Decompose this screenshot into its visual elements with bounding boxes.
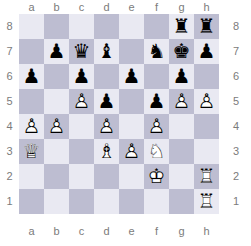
square-h1[interactable]: ♜♖ bbox=[194, 189, 219, 214]
file-label-e: e bbox=[119, 0, 144, 14]
file-label-h: h bbox=[194, 219, 219, 246]
white-pawn-outline: ♙ bbox=[169, 89, 194, 114]
square-g2[interactable] bbox=[169, 164, 194, 189]
white-rook-outline: ♖ bbox=[194, 164, 219, 189]
square-f1[interactable] bbox=[144, 189, 169, 214]
rank-label-7: 7 bbox=[0, 39, 19, 64]
square-e3[interactable]: ♟♙ bbox=[119, 139, 144, 164]
square-c7[interactable]: ♛ bbox=[69, 39, 94, 64]
square-f2[interactable]: ♚♔ bbox=[144, 164, 169, 189]
rank-label-8: 8 bbox=[222, 14, 251, 39]
black-rook[interactable]: ♜ bbox=[169, 14, 194, 39]
rank-label-1: 1 bbox=[222, 189, 251, 214]
square-f6[interactable] bbox=[144, 64, 169, 89]
rank-labels-left: 87654321 bbox=[0, 14, 19, 214]
white-knight[interactable]: ♞♘ bbox=[144, 139, 169, 164]
square-e1[interactable] bbox=[119, 189, 144, 214]
square-g5[interactable]: ♟♙ bbox=[169, 89, 194, 114]
file-label-b: b bbox=[44, 0, 69, 14]
square-c4[interactable] bbox=[69, 114, 94, 139]
white-pawn[interactable]: ♟♙ bbox=[44, 114, 69, 139]
white-pawn[interactable]: ♟♙ bbox=[194, 89, 219, 114]
black-king-glyph: ♚ bbox=[169, 39, 194, 64]
black-pawn[interactable]: ♟ bbox=[119, 64, 144, 89]
chess-diagram: abcdefgh abcdefgh 87654321 87654321 ♜♜♟♛… bbox=[0, 0, 251, 246]
file-label-f: f bbox=[144, 0, 169, 14]
black-pawn-glyph: ♟ bbox=[119, 64, 144, 89]
square-e6[interactable]: ♟ bbox=[119, 64, 144, 89]
black-rook-glyph: ♜ bbox=[194, 14, 219, 39]
square-b8[interactable] bbox=[44, 14, 69, 39]
file-label-g: g bbox=[169, 219, 194, 246]
file-label-e: e bbox=[119, 219, 144, 246]
black-queen-glyph: ♛ bbox=[69, 39, 94, 64]
square-d5[interactable]: ♟ bbox=[94, 89, 119, 114]
square-g6[interactable]: ♟ bbox=[169, 64, 194, 89]
white-pawn[interactable]: ♟♙ bbox=[119, 139, 144, 164]
square-c1[interactable] bbox=[69, 189, 94, 214]
rank-label-6: 6 bbox=[0, 64, 19, 89]
square-e7[interactable] bbox=[119, 39, 144, 64]
black-pawn[interactable]: ♟ bbox=[94, 89, 119, 114]
white-queen-outline: ♕ bbox=[19, 139, 44, 164]
square-e4[interactable] bbox=[119, 114, 144, 139]
file-label-a: a bbox=[19, 219, 44, 246]
white-pawn[interactable]: ♟♙ bbox=[19, 114, 44, 139]
black-pawn-glyph: ♟ bbox=[19, 64, 44, 89]
square-c2[interactable] bbox=[69, 164, 94, 189]
square-f3[interactable]: ♞♘ bbox=[144, 139, 169, 164]
rank-label-8: 8 bbox=[0, 14, 19, 39]
square-b1[interactable] bbox=[44, 189, 69, 214]
black-rook-glyph: ♜ bbox=[169, 14, 194, 39]
square-c5[interactable]: ♟♙ bbox=[69, 89, 94, 114]
square-d4[interactable]: ♟♙ bbox=[94, 114, 119, 139]
square-d6[interactable] bbox=[94, 64, 119, 89]
white-pawn-outline: ♙ bbox=[144, 114, 169, 139]
square-b5[interactable] bbox=[44, 89, 69, 114]
file-label-f: f bbox=[144, 219, 169, 246]
square-e8[interactable] bbox=[119, 14, 144, 39]
square-b4[interactable]: ♟♙ bbox=[44, 114, 69, 139]
square-h2[interactable]: ♜♖ bbox=[194, 164, 219, 189]
black-pawn[interactable]: ♟ bbox=[144, 89, 169, 114]
square-f8[interactable] bbox=[144, 14, 169, 39]
file-label-h: h bbox=[194, 0, 219, 14]
black-pawn[interactable]: ♟ bbox=[19, 64, 44, 89]
black-pawn-glyph: ♟ bbox=[169, 64, 194, 89]
rank-label-2: 2 bbox=[0, 164, 19, 189]
square-d1[interactable] bbox=[94, 189, 119, 214]
square-g8[interactable]: ♜ bbox=[169, 14, 194, 39]
file-label-g: g bbox=[169, 0, 194, 14]
square-g3[interactable] bbox=[169, 139, 194, 164]
square-a2[interactable] bbox=[19, 164, 44, 189]
square-a4[interactable]: ♟♙ bbox=[19, 114, 44, 139]
rank-label-3: 3 bbox=[0, 139, 19, 164]
black-bishop-glyph: ♝ bbox=[94, 39, 119, 64]
file-labels-top: abcdefgh bbox=[19, 0, 219, 14]
rank-label-6: 6 bbox=[222, 64, 251, 89]
square-a7[interactable] bbox=[19, 39, 44, 64]
rank-label-2: 2 bbox=[222, 164, 251, 189]
white-pawn-outline: ♙ bbox=[94, 114, 119, 139]
white-bishop-outline: ♗ bbox=[94, 139, 119, 164]
white-rook[interactable]: ♜♖ bbox=[194, 189, 219, 214]
white-pawn-outline: ♙ bbox=[69, 89, 94, 114]
square-g1[interactable] bbox=[169, 189, 194, 214]
square-c3[interactable] bbox=[69, 139, 94, 164]
rank-label-4: 4 bbox=[222, 114, 251, 139]
white-pawn[interactable]: ♟♙ bbox=[69, 89, 94, 114]
white-queen[interactable]: ♛♕ bbox=[19, 139, 44, 164]
white-rook-outline: ♖ bbox=[194, 189, 219, 214]
square-a1[interactable] bbox=[19, 189, 44, 214]
square-d3[interactable]: ♝♗ bbox=[94, 139, 119, 164]
square-b7[interactable]: ♟ bbox=[44, 39, 69, 64]
square-e2[interactable] bbox=[119, 164, 144, 189]
black-pawn[interactable]: ♟ bbox=[69, 64, 94, 89]
chess-board: ♜♜♟♛♝♞♚♟♟♟♟♟♟♙♟♟♟♙♟♙♟♙♟♙♟♙♟♙♛♕♝♗♟♙♞♘♚♔♜♖… bbox=[19, 14, 219, 214]
square-h8[interactable]: ♜ bbox=[194, 14, 219, 39]
white-pawn[interactable]: ♟♙ bbox=[144, 114, 169, 139]
black-pawn-glyph: ♟ bbox=[94, 89, 119, 114]
square-h5[interactable]: ♟♙ bbox=[194, 89, 219, 114]
square-h7[interactable]: ♟ bbox=[194, 39, 219, 64]
square-b2[interactable] bbox=[44, 164, 69, 189]
black-pawn[interactable]: ♟ bbox=[44, 39, 69, 64]
white-pawn-outline: ♙ bbox=[119, 139, 144, 164]
square-b3[interactable] bbox=[44, 139, 69, 164]
square-c6[interactable]: ♟ bbox=[69, 64, 94, 89]
black-bishop[interactable]: ♝ bbox=[94, 39, 119, 64]
rank-label-7: 7 bbox=[222, 39, 251, 64]
square-d8[interactable] bbox=[94, 14, 119, 39]
file-label-b: b bbox=[44, 219, 69, 246]
white-pawn-outline: ♙ bbox=[44, 114, 69, 139]
white-knight-outline: ♘ bbox=[144, 139, 169, 164]
square-h6[interactable] bbox=[194, 64, 219, 89]
black-pawn[interactable]: ♟ bbox=[194, 39, 219, 64]
square-a6[interactable]: ♟ bbox=[19, 64, 44, 89]
square-d7[interactable]: ♝ bbox=[94, 39, 119, 64]
square-d2[interactable] bbox=[94, 164, 119, 189]
square-a5[interactable] bbox=[19, 89, 44, 114]
square-a3[interactable]: ♛♕ bbox=[19, 139, 44, 164]
white-pawn-outline: ♙ bbox=[194, 89, 219, 114]
square-c8[interactable] bbox=[69, 14, 94, 39]
black-queen[interactable]: ♛ bbox=[69, 39, 94, 64]
white-king-outline: ♔ bbox=[144, 164, 169, 189]
black-king[interactable]: ♚ bbox=[169, 39, 194, 64]
black-rook[interactable]: ♜ bbox=[194, 14, 219, 39]
file-label-c: c bbox=[69, 219, 94, 246]
black-pawn-glyph: ♟ bbox=[194, 39, 219, 64]
white-pawn[interactable]: ♟♙ bbox=[94, 114, 119, 139]
square-e5[interactable] bbox=[119, 89, 144, 114]
black-knight-glyph: ♞ bbox=[144, 39, 169, 64]
square-f7[interactable]: ♞ bbox=[144, 39, 169, 64]
file-label-d: d bbox=[94, 0, 119, 14]
square-a8[interactable] bbox=[19, 14, 44, 39]
black-pawn-glyph: ♟ bbox=[144, 89, 169, 114]
file-label-d: d bbox=[94, 219, 119, 246]
white-pawn-outline: ♙ bbox=[19, 114, 44, 139]
black-pawn-glyph: ♟ bbox=[44, 39, 69, 64]
black-pawn[interactable]: ♟ bbox=[169, 64, 194, 89]
file-labels-bottom: abcdefgh bbox=[19, 219, 219, 246]
rank-label-1: 1 bbox=[0, 189, 19, 214]
white-king[interactable]: ♚♔ bbox=[144, 164, 169, 189]
rank-label-4: 4 bbox=[0, 114, 19, 139]
file-label-c: c bbox=[69, 0, 94, 14]
square-f5[interactable]: ♟ bbox=[144, 89, 169, 114]
rank-label-5: 5 bbox=[0, 89, 19, 114]
rank-labels-right: 87654321 bbox=[222, 14, 251, 214]
rank-label-3: 3 bbox=[222, 139, 251, 164]
white-pawn[interactable]: ♟♙ bbox=[169, 89, 194, 114]
file-label-a: a bbox=[19, 0, 44, 14]
black-pawn-glyph: ♟ bbox=[69, 64, 94, 89]
square-h3[interactable] bbox=[194, 139, 219, 164]
black-knight[interactable]: ♞ bbox=[144, 39, 169, 64]
square-f4[interactable]: ♟♙ bbox=[144, 114, 169, 139]
white-rook[interactable]: ♜♖ bbox=[194, 164, 219, 189]
white-bishop[interactable]: ♝♗ bbox=[94, 139, 119, 164]
square-h4[interactable] bbox=[194, 114, 219, 139]
square-b6[interactable] bbox=[44, 64, 69, 89]
square-g4[interactable] bbox=[169, 114, 194, 139]
square-g7[interactable]: ♚ bbox=[169, 39, 194, 64]
rank-label-5: 5 bbox=[222, 89, 251, 114]
